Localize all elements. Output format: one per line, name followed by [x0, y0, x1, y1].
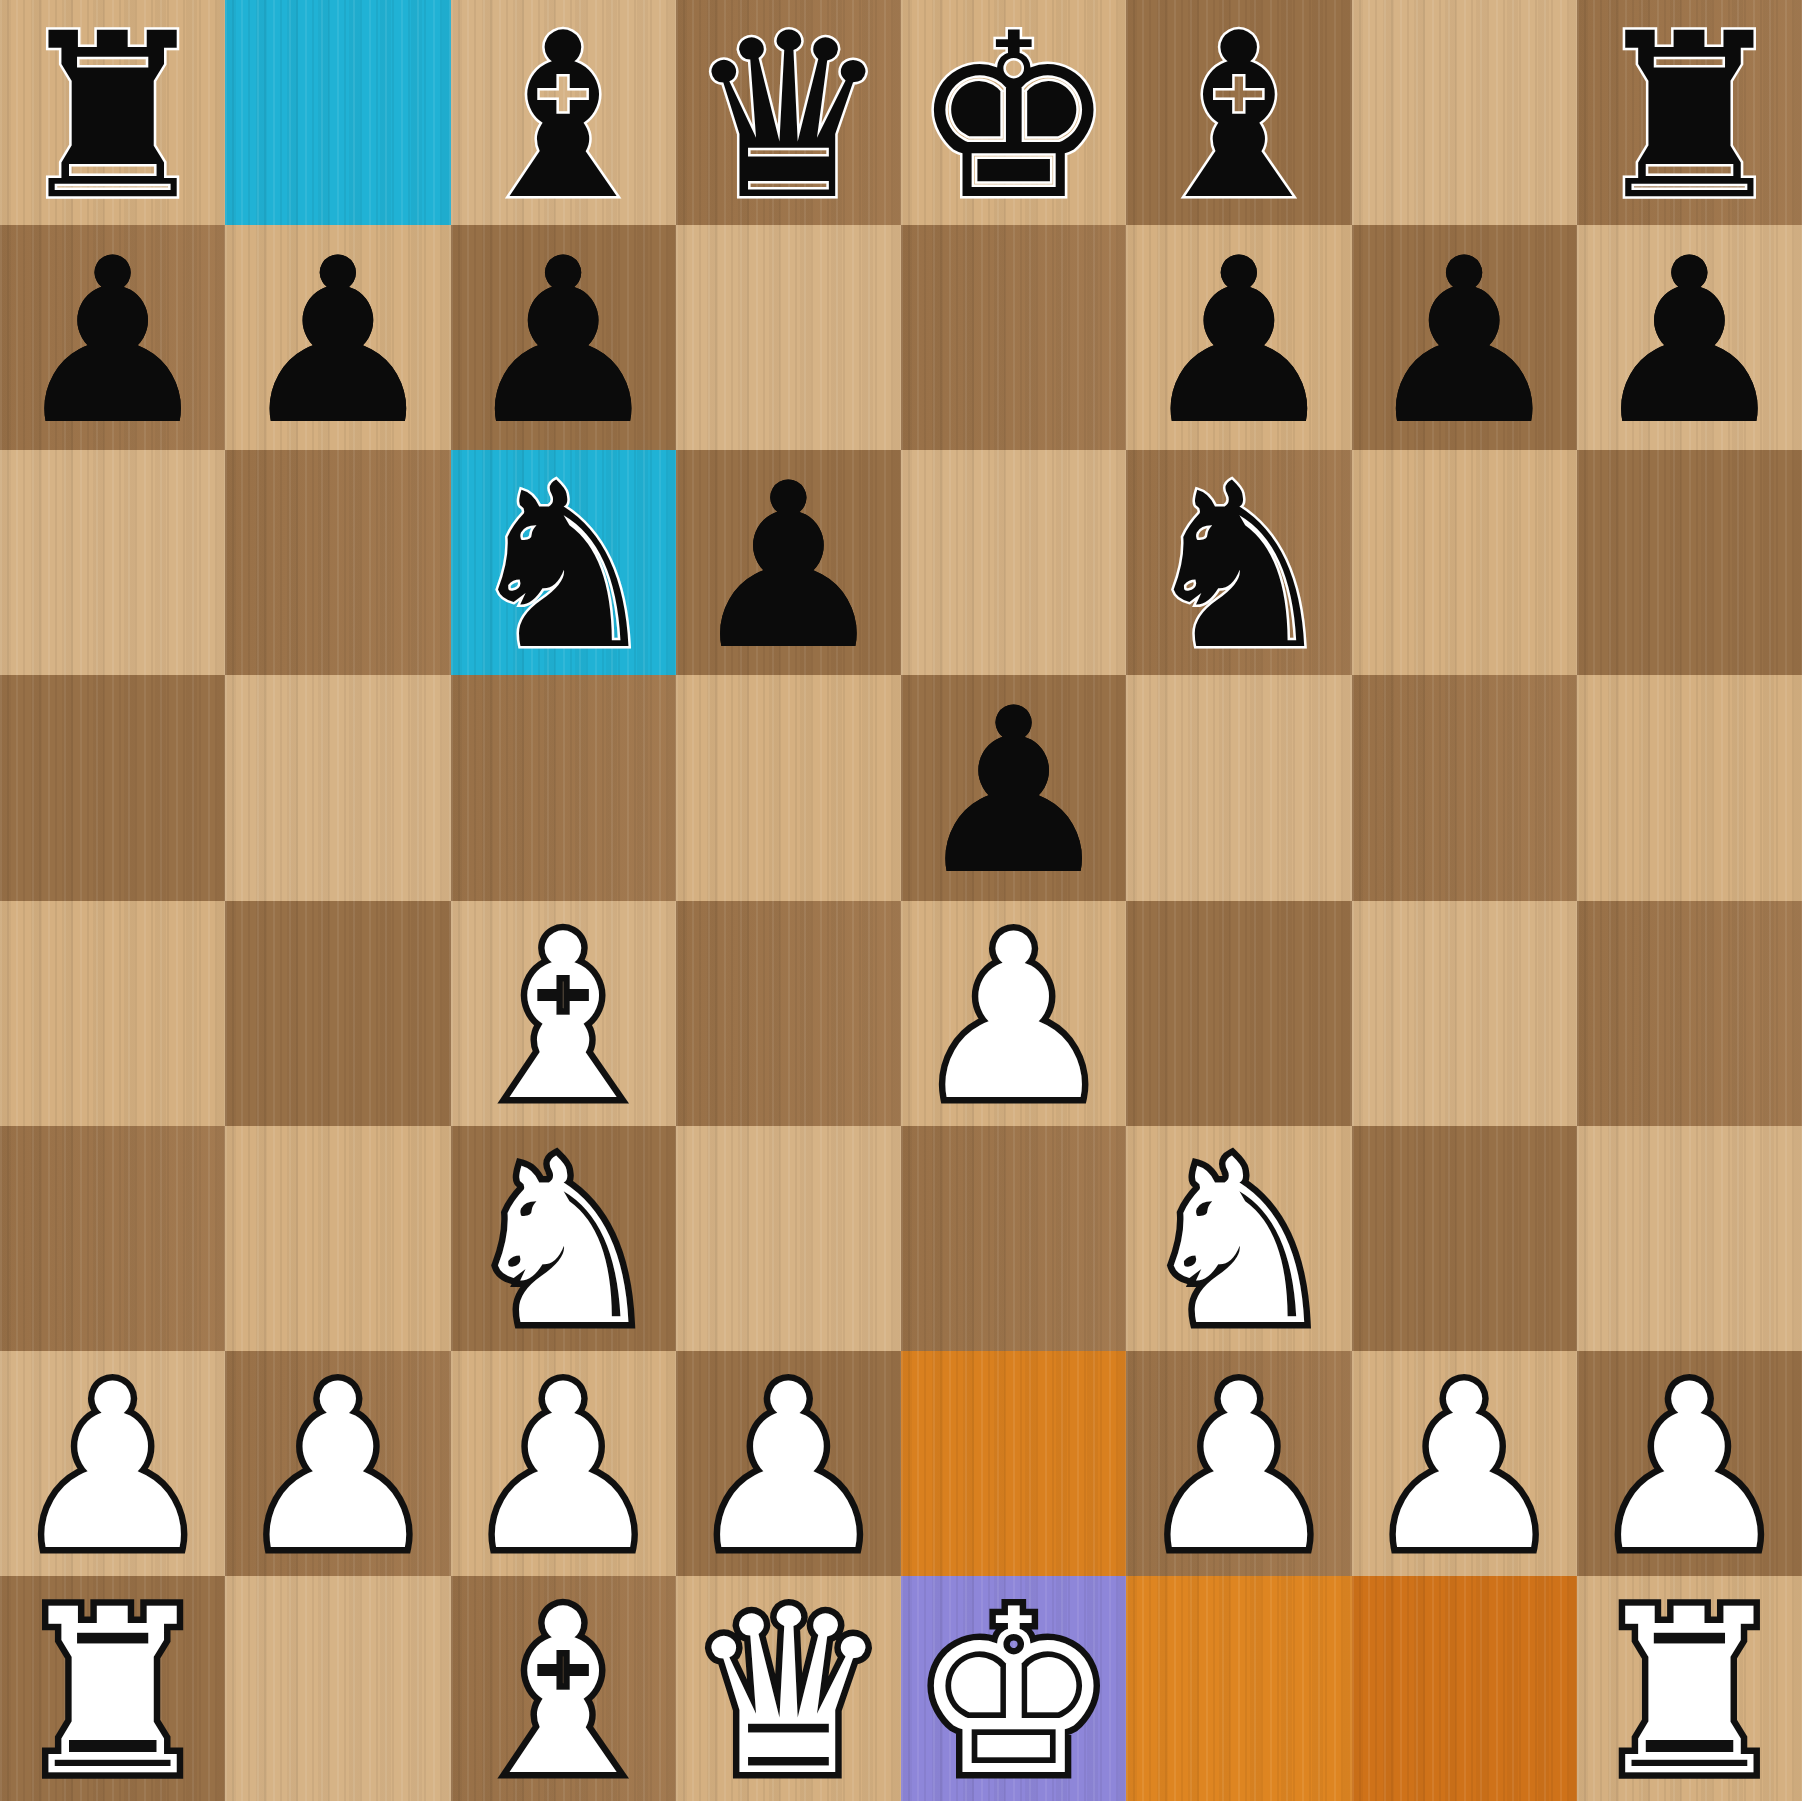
piece-glyph: ♟: [1587, 228, 1791, 450]
square-g6[interactable]: [1352, 450, 1577, 675]
square-f3[interactable]: ♞♞: [1126, 1126, 1351, 1351]
square-e2[interactable]: [901, 1351, 1126, 1576]
piece-glyph: ♝: [461, 904, 665, 1126]
piece-glyph: ♞: [1137, 453, 1341, 675]
black-rook[interactable]: ♜♜: [0, 0, 225, 225]
square-c8[interactable]: ♝♝: [451, 0, 676, 225]
piece-glyph: ♟: [1587, 1354, 1791, 1576]
black-king[interactable]: ♚♚: [901, 0, 1126, 225]
square-f5[interactable]: [1126, 675, 1351, 900]
square-h6[interactable]: [1577, 450, 1802, 675]
piece-glyph: ♟: [10, 228, 214, 450]
black-pawn[interactable]: ♟♟: [225, 225, 450, 450]
square-g8[interactable]: [1352, 0, 1577, 225]
square-g1[interactable]: [1352, 1576, 1577, 1801]
piece-glyph: ♚: [911, 1579, 1115, 1801]
piece-glyph: ♜: [1587, 1579, 1791, 1801]
square-a7[interactable]: ♟♟: [0, 225, 225, 450]
piece-glyph: ♜: [1587, 3, 1791, 225]
square-a8[interactable]: ♜♜: [0, 0, 225, 225]
square-d1[interactable]: ♛♛: [676, 1576, 901, 1801]
black-queen[interactable]: ♛♛: [676, 0, 901, 225]
piece-glyph: ♚: [911, 3, 1115, 225]
piece-glyph: ♟: [461, 228, 665, 450]
square-h2[interactable]: ♟♟: [1577, 1351, 1802, 1576]
square-d7[interactable]: [676, 225, 901, 450]
square-b5[interactable]: [225, 675, 450, 900]
white-knight[interactable]: ♞♞: [451, 1126, 676, 1351]
square-e4[interactable]: ♟♟: [901, 901, 1126, 1126]
square-c3[interactable]: ♞♞: [451, 1126, 676, 1351]
white-pawn[interactable]: ♟♟: [1577, 1351, 1802, 1576]
square-e7[interactable]: [901, 225, 1126, 450]
square-f4[interactable]: [1126, 901, 1351, 1126]
white-pawn[interactable]: ♟♟: [1352, 1351, 1577, 1576]
white-pawn[interactable]: ♟♟: [451, 1351, 676, 1576]
piece-glyph: ♟: [1137, 228, 1341, 450]
square-f1[interactable]: [1126, 1576, 1351, 1801]
black-bishop[interactable]: ♝♝: [1126, 0, 1351, 225]
piece-glyph: ♛: [686, 1579, 890, 1801]
piece-glyph: ♞: [461, 1129, 665, 1351]
square-b4[interactable]: [225, 901, 450, 1126]
square-a2[interactable]: ♟♟: [0, 1351, 225, 1576]
black-knight[interactable]: ♞♞: [451, 450, 676, 675]
square-d4[interactable]: [676, 901, 901, 1126]
square-e5[interactable]: ♟♟: [901, 675, 1126, 900]
piece-glyph: ♟: [686, 1354, 890, 1576]
black-pawn[interactable]: ♟♟: [0, 225, 225, 450]
square-a1[interactable]: ♜♜: [0, 1576, 225, 1801]
square-a4[interactable]: [0, 901, 225, 1126]
piece-glyph: ♟: [236, 228, 440, 450]
black-pawn[interactable]: ♟♟: [901, 675, 1126, 900]
square-b1[interactable]: [225, 1576, 450, 1801]
white-pawn[interactable]: ♟♟: [0, 1351, 225, 1576]
square-c2[interactable]: ♟♟: [451, 1351, 676, 1576]
white-queen[interactable]: ♛♛: [676, 1576, 901, 1801]
white-rook[interactable]: ♜♜: [0, 1576, 225, 1801]
white-pawn[interactable]: ♟♟: [1126, 1351, 1351, 1576]
square-a6[interactable]: [0, 450, 225, 675]
square-d8[interactable]: ♛♛: [676, 0, 901, 225]
square-g3[interactable]: [1352, 1126, 1577, 1351]
piece-glyph: ♛: [686, 3, 890, 225]
square-h8[interactable]: ♜♜: [1577, 0, 1802, 225]
black-pawn[interactable]: ♟♟: [1352, 225, 1577, 450]
white-rook[interactable]: ♜♜: [1577, 1576, 1802, 1801]
square-c1[interactable]: ♝♝: [451, 1576, 676, 1801]
piece-glyph: ♝: [1137, 3, 1341, 225]
piece-glyph: ♟: [911, 678, 1115, 900]
square-b2[interactable]: ♟♟: [225, 1351, 450, 1576]
square-g5[interactable]: [1352, 675, 1577, 900]
square-b6[interactable]: [225, 450, 450, 675]
chess-board: ♜♜♝♝♛♛♚♚♝♝♜♜♟♟♟♟♟♟♟♟♟♟♟♟♞♞♟♟♞♞♟♟♝♝♟♟♞♞♞♞…: [0, 0, 1802, 1801]
piece-glyph: ♟: [1362, 1354, 1566, 1576]
square-d6[interactable]: ♟♟: [676, 450, 901, 675]
piece-glyph: ♟: [1362, 228, 1566, 450]
square-h4[interactable]: [1577, 901, 1802, 1126]
piece-glyph: ♟: [686, 453, 890, 675]
square-f2[interactable]: ♟♟: [1126, 1351, 1351, 1576]
square-f6[interactable]: ♞♞: [1126, 450, 1351, 675]
square-d2[interactable]: ♟♟: [676, 1351, 901, 1576]
black-bishop[interactable]: ♝♝: [451, 0, 676, 225]
piece-glyph: ♟: [236, 1354, 440, 1576]
square-c7[interactable]: ♟♟: [451, 225, 676, 450]
square-h5[interactable]: [1577, 675, 1802, 900]
square-c4[interactable]: ♝♝: [451, 901, 676, 1126]
white-pawn[interactable]: ♟♟: [225, 1351, 450, 1576]
square-g4[interactable]: [1352, 901, 1577, 1126]
white-knight[interactable]: ♞♞: [1126, 1126, 1351, 1351]
piece-glyph: ♜: [10, 1579, 214, 1801]
square-e8[interactable]: ♚♚: [901, 0, 1126, 225]
piece-glyph: ♝: [461, 3, 665, 225]
piece-glyph: ♞: [461, 453, 665, 675]
white-pawn[interactable]: ♟♟: [901, 901, 1126, 1126]
piece-glyph: ♟: [911, 904, 1115, 1126]
square-b8[interactable]: [225, 0, 450, 225]
square-a3[interactable]: [0, 1126, 225, 1351]
square-e1[interactable]: ♚♚: [901, 1576, 1126, 1801]
square-a5[interactable]: [0, 675, 225, 900]
white-king[interactable]: ♚♚: [901, 1576, 1126, 1801]
white-pawn[interactable]: ♟♟: [676, 1351, 901, 1576]
black-rook[interactable]: ♜♜: [1577, 0, 1802, 225]
black-pawn[interactable]: ♟♟: [451, 225, 676, 450]
square-h3[interactable]: [1577, 1126, 1802, 1351]
black-pawn[interactable]: ♟♟: [1126, 225, 1351, 450]
square-g2[interactable]: ♟♟: [1352, 1351, 1577, 1576]
square-c6[interactable]: ♞♞: [451, 450, 676, 675]
piece-glyph: ♟: [10, 1354, 214, 1576]
square-b7[interactable]: ♟♟: [225, 225, 450, 450]
square-d5[interactable]: [676, 675, 901, 900]
square-b3[interactable]: [225, 1126, 450, 1351]
black-knight[interactable]: ♞♞: [1126, 450, 1351, 675]
piece-glyph: ♟: [1137, 1354, 1341, 1576]
piece-glyph: ♞: [1137, 1129, 1341, 1351]
square-f7[interactable]: ♟♟: [1126, 225, 1351, 450]
square-d3[interactable]: [676, 1126, 901, 1351]
square-g7[interactable]: ♟♟: [1352, 225, 1577, 450]
black-pawn[interactable]: ♟♟: [676, 450, 901, 675]
square-h1[interactable]: ♜♜: [1577, 1576, 1802, 1801]
piece-glyph: ♟: [461, 1354, 665, 1576]
square-h7[interactable]: ♟♟: [1577, 225, 1802, 450]
piece-glyph: ♝: [461, 1579, 665, 1801]
square-c5[interactable]: [451, 675, 676, 900]
square-e6[interactable]: [901, 450, 1126, 675]
square-f8[interactable]: ♝♝: [1126, 0, 1351, 225]
black-pawn[interactable]: ♟♟: [1577, 225, 1802, 450]
piece-glyph: ♜: [10, 3, 214, 225]
white-bishop[interactable]: ♝♝: [451, 901, 676, 1126]
white-bishop[interactable]: ♝♝: [451, 1576, 676, 1801]
square-e3[interactable]: [901, 1126, 1126, 1351]
